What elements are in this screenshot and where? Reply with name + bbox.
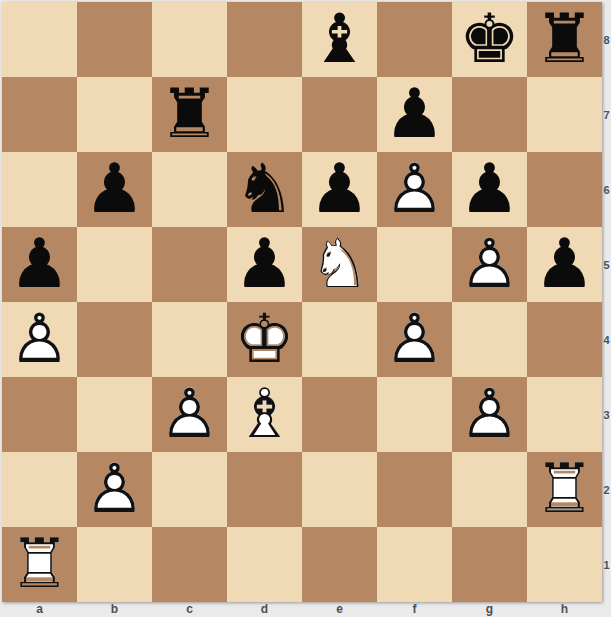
square-g2[interactable] [452, 452, 527, 527]
square-b6[interactable]: ♟ [77, 152, 152, 227]
square-b3[interactable] [77, 377, 152, 452]
black-pawn-glyph: ♟ [452, 152, 527, 227]
square-d7[interactable] [227, 77, 302, 152]
rank-label-2: 2 [602, 452, 611, 527]
rank-labels: 87654321 [602, 2, 611, 602]
black-rook-glyph: ♜ [152, 77, 227, 152]
square-f8[interactable] [377, 2, 452, 77]
square-c1[interactable] [152, 527, 227, 602]
black-king-glyph: ♚ [452, 2, 527, 77]
rank-label-8: 8 [602, 2, 611, 77]
square-f1[interactable] [377, 527, 452, 602]
white-pawn[interactable]: ♟♙ [2, 302, 77, 377]
square-e1[interactable] [302, 527, 377, 602]
rank-label-1: 1 [602, 527, 611, 602]
square-g6[interactable]: ♟ [452, 152, 527, 227]
square-e6[interactable]: ♟ [302, 152, 377, 227]
white-rook-outline: ♖ [527, 452, 602, 527]
white-king[interactable]: ♚♔ [227, 302, 302, 377]
square-a4[interactable]: ♟♙ [2, 302, 77, 377]
square-f2[interactable] [377, 452, 452, 527]
black-pawn-glyph: ♟ [77, 152, 152, 227]
square-b4[interactable] [77, 302, 152, 377]
square-g1[interactable] [452, 527, 527, 602]
square-e5[interactable]: ♞♘ [302, 227, 377, 302]
white-bishop[interactable]: ♝♗ [227, 377, 302, 452]
black-knight[interactable]: ♞ [227, 152, 302, 227]
black-rook-glyph: ♜ [527, 2, 602, 77]
white-pawn[interactable]: ♟♙ [452, 227, 527, 302]
square-b5[interactable] [77, 227, 152, 302]
square-h8[interactable]: ♜ [527, 2, 602, 77]
square-h4[interactable] [527, 302, 602, 377]
white-rook[interactable]: ♜♖ [2, 527, 77, 602]
square-e3[interactable] [302, 377, 377, 452]
square-f6[interactable]: ♟♙ [377, 152, 452, 227]
square-b2[interactable]: ♟♙ [77, 452, 152, 527]
square-a8[interactable] [2, 2, 77, 77]
file-label-g: g [452, 601, 527, 617]
square-f5[interactable] [377, 227, 452, 302]
square-g7[interactable] [452, 77, 527, 152]
square-c6[interactable] [152, 152, 227, 227]
white-pawn[interactable]: ♟♙ [452, 377, 527, 452]
black-pawn[interactable]: ♟ [527, 227, 602, 302]
white-pawn-outline: ♙ [2, 302, 77, 377]
file-label-d: d [227, 601, 302, 617]
black-pawn[interactable]: ♟ [77, 152, 152, 227]
square-d4[interactable]: ♚♔ [227, 302, 302, 377]
white-pawn-outline: ♙ [452, 227, 527, 302]
black-pawn[interactable]: ♟ [227, 227, 302, 302]
white-pawn-outline: ♙ [377, 302, 452, 377]
black-pawn[interactable]: ♟ [302, 152, 377, 227]
white-pawn[interactable]: ♟♙ [77, 452, 152, 527]
file-label-h: h [527, 601, 602, 617]
black-pawn[interactable]: ♟ [452, 152, 527, 227]
black-knight-glyph: ♞ [227, 152, 302, 227]
square-a6[interactable] [2, 152, 77, 227]
file-label-a: a [2, 601, 77, 617]
black-bishop[interactable]: ♝ [302, 2, 377, 77]
square-d1[interactable] [227, 527, 302, 602]
square-g8[interactable]: ♚ [452, 2, 527, 77]
square-e8[interactable]: ♝ [302, 2, 377, 77]
black-pawn-glyph: ♟ [527, 227, 602, 302]
white-pawn[interactable]: ♟♙ [152, 377, 227, 452]
square-c3[interactable]: ♟♙ [152, 377, 227, 452]
white-rook[interactable]: ♜♖ [527, 452, 602, 527]
square-b8[interactable] [77, 2, 152, 77]
white-pawn-outline: ♙ [77, 452, 152, 527]
square-b1[interactable] [77, 527, 152, 602]
file-label-b: b [77, 601, 152, 617]
white-pawn-outline: ♙ [452, 377, 527, 452]
square-c7[interactable]: ♜ [152, 77, 227, 152]
square-e7[interactable] [302, 77, 377, 152]
file-labels: abcdefgh [2, 601, 602, 617]
white-pawn[interactable]: ♟♙ [377, 302, 452, 377]
square-h6[interactable] [527, 152, 602, 227]
square-d3[interactable]: ♝♗ [227, 377, 302, 452]
square-a3[interactable] [2, 377, 77, 452]
square-c4[interactable] [152, 302, 227, 377]
square-h2[interactable]: ♜♖ [527, 452, 602, 527]
square-f7[interactable]: ♟ [377, 77, 452, 152]
black-pawn-glyph: ♟ [227, 227, 302, 302]
square-e2[interactable] [302, 452, 377, 527]
white-rook-outline: ♖ [2, 527, 77, 602]
square-c8[interactable] [152, 2, 227, 77]
square-b7[interactable] [77, 77, 152, 152]
black-pawn[interactable]: ♟ [377, 77, 452, 152]
rank-label-6: 6 [602, 152, 611, 227]
file-label-f: f [377, 601, 452, 617]
square-d8[interactable] [227, 2, 302, 77]
black-rook[interactable]: ♜ [527, 2, 602, 77]
chess-board: ♝♚♜♜♟♟♞♟♟♙♟♟♟♞♘♟♙♟♟♙♚♔♟♙♟♙♝♗♟♙♟♙♜♖♜♖ [2, 2, 602, 602]
black-pawn[interactable]: ♟ [2, 227, 77, 302]
white-pawn-outline: ♙ [152, 377, 227, 452]
square-a7[interactable] [2, 77, 77, 152]
square-a2[interactable] [2, 452, 77, 527]
white-pawn[interactable]: ♟♙ [377, 152, 452, 227]
chess-board-stage: ♝♚♜♜♟♟♞♟♟♙♟♟♟♞♘♟♙♟♟♙♚♔♟♙♟♙♝♗♟♙♟♙♜♖♜♖ 876… [0, 0, 611, 617]
white-pawn-outline: ♙ [377, 152, 452, 227]
square-a5[interactable]: ♟ [2, 227, 77, 302]
rank-label-3: 3 [602, 377, 611, 452]
square-c5[interactable] [152, 227, 227, 302]
black-pawn-glyph: ♟ [377, 77, 452, 152]
square-e4[interactable] [302, 302, 377, 377]
black-king[interactable]: ♚ [452, 2, 527, 77]
square-g4[interactable] [452, 302, 527, 377]
square-g5[interactable]: ♟♙ [452, 227, 527, 302]
square-h1[interactable] [527, 527, 602, 602]
square-a1[interactable]: ♜♖ [2, 527, 77, 602]
white-knight[interactable]: ♞♘ [302, 227, 377, 302]
square-h3[interactable] [527, 377, 602, 452]
rank-label-5: 5 [602, 227, 611, 302]
square-g3[interactable]: ♟♙ [452, 377, 527, 452]
black-pawn-glyph: ♟ [302, 152, 377, 227]
square-f3[interactable] [377, 377, 452, 452]
square-h5[interactable]: ♟ [527, 227, 602, 302]
square-c2[interactable] [152, 452, 227, 527]
file-label-e: e [302, 601, 377, 617]
file-label-c: c [152, 601, 227, 617]
square-f4[interactable]: ♟♙ [377, 302, 452, 377]
square-d5[interactable]: ♟ [227, 227, 302, 302]
square-d2[interactable] [227, 452, 302, 527]
white-king-outline: ♔ [227, 302, 302, 377]
white-knight-outline: ♘ [302, 227, 377, 302]
square-d6[interactable]: ♞ [227, 152, 302, 227]
black-rook[interactable]: ♜ [152, 77, 227, 152]
rank-label-7: 7 [602, 77, 611, 152]
white-bishop-outline: ♗ [227, 377, 302, 452]
square-h7[interactable] [527, 77, 602, 152]
black-bishop-glyph: ♝ [302, 2, 377, 77]
rank-label-4: 4 [602, 302, 611, 377]
black-pawn-glyph: ♟ [2, 227, 77, 302]
